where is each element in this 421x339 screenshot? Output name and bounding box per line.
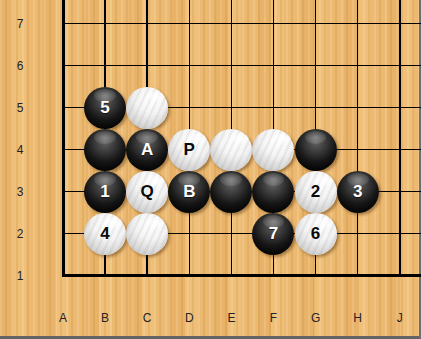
stone-f3[interactable] <box>252 171 294 213</box>
stone-label: P <box>184 140 195 160</box>
row-label-6: 6 <box>8 58 32 74</box>
column-label-c: C <box>135 310 159 326</box>
row-label-1: 1 <box>8 268 32 284</box>
row-label-2: 2 <box>8 226 32 242</box>
stone-label: A <box>141 140 153 160</box>
row-label-4: 4 <box>8 142 32 158</box>
stone-label: B <box>183 182 195 202</box>
stone-label: Q <box>141 182 154 202</box>
row-label-3: 3 <box>8 184 32 200</box>
stone-b2[interactable]: 4 <box>84 213 126 255</box>
column-label-b: B <box>93 310 117 326</box>
column-label-e: E <box>219 310 243 326</box>
stone-h3[interactable]: 3 <box>337 171 379 213</box>
stone-f4[interactable] <box>252 129 294 171</box>
column-label-f: F <box>262 310 286 326</box>
row-label-7: 7 <box>8 16 32 32</box>
column-label-d: D <box>177 310 201 326</box>
go-board[interactable]: 5AP1QB23476 <box>42 3 421 297</box>
stone-label: 5 <box>100 98 109 118</box>
column-label-j: J <box>388 310 412 326</box>
go-diagram: ABCDEFGHJ7654321 5AP1QB23476 <box>0 0 421 339</box>
row-label-5: 5 <box>8 100 32 116</box>
stone-g2[interactable]: 6 <box>295 213 337 255</box>
stone-b3[interactable]: 1 <box>84 171 126 213</box>
stone-label: 1 <box>100 182 109 202</box>
column-label-h: H <box>346 310 370 326</box>
stone-b5[interactable]: 5 <box>84 87 126 129</box>
stone-c3[interactable]: Q <box>126 171 168 213</box>
stone-label: 3 <box>353 182 362 202</box>
stone-label: 7 <box>269 224 278 244</box>
column-label-g: G <box>304 310 328 326</box>
stone-c5[interactable] <box>126 87 168 129</box>
column-label-a: A <box>51 310 75 326</box>
stone-c2[interactable] <box>126 213 168 255</box>
stone-g3[interactable]: 2 <box>295 171 337 213</box>
stone-f2[interactable]: 7 <box>252 213 294 255</box>
stone-g4[interactable] <box>295 129 337 171</box>
stone-d3[interactable]: B <box>168 171 210 213</box>
stone-c4[interactable]: A <box>126 129 168 171</box>
stone-label: 2 <box>311 182 320 202</box>
stone-b4[interactable] <box>84 129 126 171</box>
stone-d4[interactable]: P <box>168 129 210 171</box>
stone-label: 6 <box>311 224 320 244</box>
stone-e3[interactable] <box>210 171 252 213</box>
stone-e4[interactable] <box>210 129 252 171</box>
stone-label: 4 <box>100 224 109 244</box>
